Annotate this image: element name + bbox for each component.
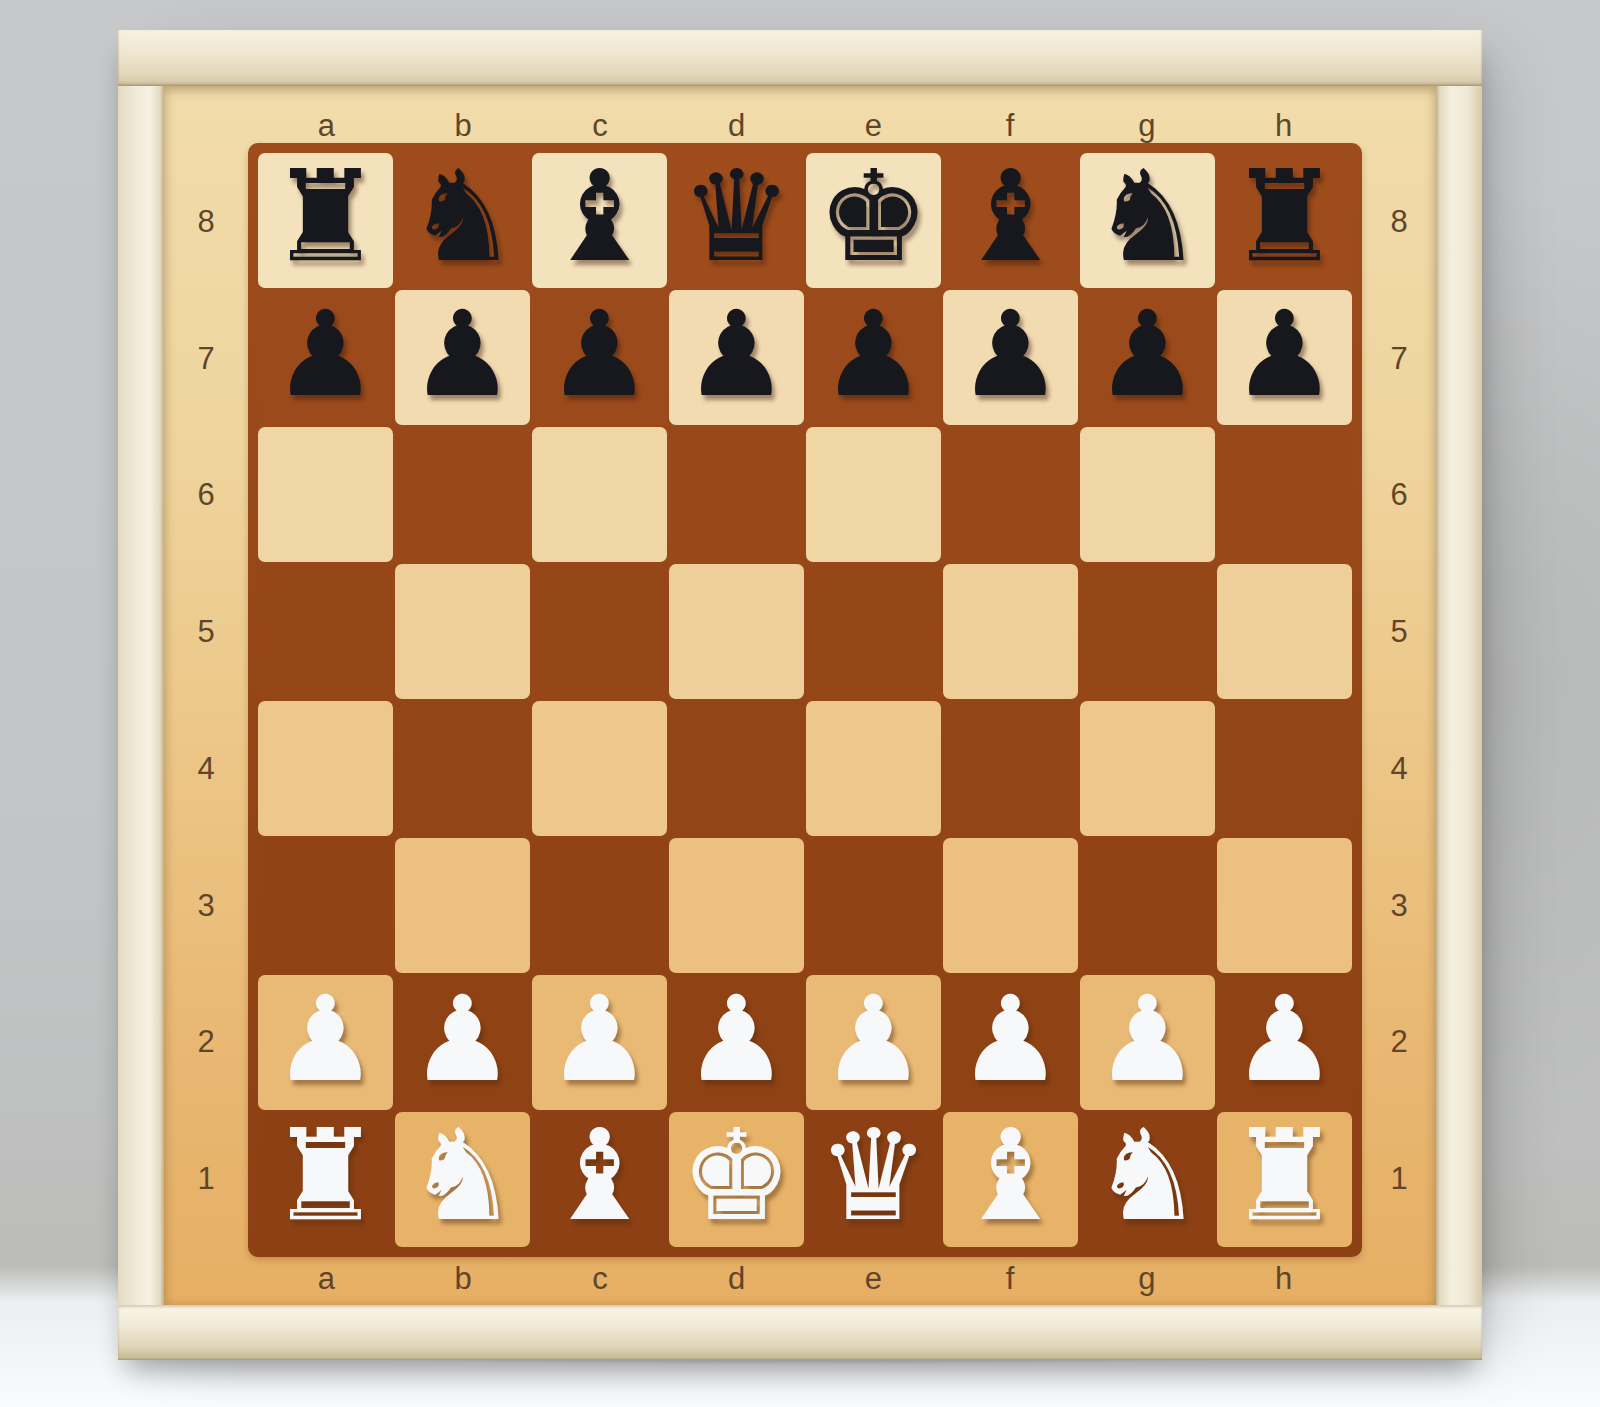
square-d3[interactable]	[669, 838, 804, 973]
square-f7[interactable]: ♟	[943, 290, 1078, 425]
square-g2[interactable]: ♟	[1080, 975, 1215, 1110]
piece-white-rook[interactable]: ♜	[269, 1113, 382, 1239]
file-label-e: e	[805, 1263, 942, 1294]
file-label-c: c	[532, 110, 669, 141]
rank-label-7: 7	[1362, 290, 1436, 427]
rank-label-6: 6	[1362, 427, 1436, 564]
square-e7[interactable]: ♟	[806, 290, 941, 425]
square-h4[interactable]	[1217, 701, 1352, 836]
rank-label-5: 5	[164, 563, 248, 700]
file-label-b: b	[395, 110, 532, 141]
square-a4[interactable]	[258, 701, 393, 836]
file-label-a: a	[258, 110, 395, 141]
square-f4[interactable]	[943, 701, 1078, 836]
square-b5[interactable]	[395, 564, 530, 699]
piece-white-pawn[interactable]: ♟	[1095, 980, 1201, 1098]
square-h5[interactable]	[1217, 564, 1352, 699]
square-e2[interactable]: ♟	[806, 975, 941, 1110]
frame-top-rail	[118, 30, 1482, 86]
piece-white-rook[interactable]: ♜	[1228, 1113, 1341, 1239]
file-label-f: f	[942, 1263, 1079, 1294]
square-g6[interactable]	[1080, 427, 1215, 562]
square-a6[interactable]	[258, 427, 393, 562]
square-a2[interactable]: ♟	[258, 975, 393, 1110]
piece-white-pawn[interactable]: ♟	[410, 980, 516, 1098]
rank-label-8: 8	[1362, 153, 1436, 290]
square-d5[interactable]	[669, 564, 804, 699]
chessboard: ♜♞♝♛♚♝♞♜♟♟♟♟♟♟♟♟♟♟♟♟♟♟♟♟♜♞♝♚♛♝♞♜	[248, 143, 1362, 1257]
square-b6[interactable]	[395, 427, 530, 562]
square-d1[interactable]: ♚	[669, 1112, 804, 1247]
square-e8[interactable]: ♚	[806, 153, 941, 288]
file-label-a: a	[258, 1263, 395, 1294]
file-label-h: h	[1215, 1263, 1352, 1294]
board-surface: abcdefgh 87654321 ♜♞♝♛♚♝♞♜♟♟♟♟♟♟♟♟♟♟♟♟♟♟…	[164, 86, 1436, 1305]
rank-label-4: 4	[164, 700, 248, 837]
square-b8[interactable]: ♞	[395, 153, 530, 288]
rank-label-1: 1	[1362, 1110, 1436, 1247]
square-b1[interactable]: ♞	[395, 1112, 530, 1247]
file-label-f: f	[942, 110, 1079, 141]
piece-white-pawn[interactable]: ♟	[684, 980, 790, 1098]
square-f8[interactable]: ♝	[943, 153, 1078, 288]
piece-black-bishop[interactable]: ♝	[543, 154, 656, 280]
rank-label-3: 3	[1362, 837, 1436, 974]
piece-white-knight[interactable]: ♞	[406, 1113, 519, 1239]
square-g1[interactable]: ♞	[1080, 1112, 1215, 1247]
piece-white-king[interactable]: ♚	[680, 1113, 793, 1239]
piece-black-pawn[interactable]: ♟	[958, 295, 1064, 413]
square-c6[interactable]	[532, 427, 667, 562]
piece-white-pawn[interactable]: ♟	[1232, 980, 1338, 1098]
file-label-h: h	[1215, 110, 1352, 141]
frame-left-rail	[118, 30, 164, 1360]
square-c4[interactable]	[532, 701, 667, 836]
piece-white-bishop[interactable]: ♝	[543, 1113, 656, 1239]
file-label-g: g	[1079, 110, 1216, 141]
square-g7[interactable]: ♟	[1080, 290, 1215, 425]
square-e3[interactable]	[806, 838, 941, 973]
rank-label-1: 1	[164, 1110, 248, 1247]
square-h1[interactable]: ♜	[1217, 1112, 1352, 1247]
square-c1[interactable]: ♝	[532, 1112, 667, 1247]
rank-labels-left: 87654321	[164, 143, 248, 1257]
rank-label-8: 8	[164, 153, 248, 290]
piece-black-pawn[interactable]: ♟	[410, 295, 516, 413]
square-h8[interactable]: ♜	[1217, 153, 1352, 288]
file-label-c: c	[532, 1263, 669, 1294]
piece-white-pawn[interactable]: ♟	[547, 980, 653, 1098]
file-label-e: e	[805, 110, 942, 141]
file-labels-bottom: abcdefgh	[248, 1257, 1362, 1305]
square-g4[interactable]	[1080, 701, 1215, 836]
square-a3[interactable]	[258, 838, 393, 973]
square-c5[interactable]	[532, 564, 667, 699]
piece-white-queen[interactable]: ♛	[817, 1113, 930, 1239]
piece-black-rook[interactable]: ♜	[1228, 154, 1341, 280]
frame-bottom-ledge	[118, 1305, 1482, 1360]
rank-label-2: 2	[1362, 974, 1436, 1111]
rank-label-5: 5	[1362, 563, 1436, 700]
square-g8[interactable]: ♞	[1080, 153, 1215, 288]
file-label-b: b	[395, 1263, 532, 1294]
square-d6[interactable]	[669, 427, 804, 562]
square-e6[interactable]	[806, 427, 941, 562]
rank-label-6: 6	[164, 427, 248, 564]
square-h3[interactable]	[1217, 838, 1352, 973]
square-a7[interactable]: ♟	[258, 290, 393, 425]
piece-white-pawn[interactable]: ♟	[958, 980, 1064, 1098]
square-g3[interactable]	[1080, 838, 1215, 973]
rank-label-3: 3	[164, 837, 248, 974]
square-a8[interactable]: ♜	[258, 153, 393, 288]
square-b2[interactable]: ♟	[395, 975, 530, 1110]
square-d2[interactable]: ♟	[669, 975, 804, 1110]
square-b4[interactable]	[395, 701, 530, 836]
piece-black-pawn[interactable]: ♟	[1095, 295, 1201, 413]
square-a5[interactable]	[258, 564, 393, 699]
piece-white-knight[interactable]: ♞	[1091, 1113, 1204, 1239]
square-d7[interactable]: ♟	[669, 290, 804, 425]
square-f2[interactable]: ♟	[943, 975, 1078, 1110]
file-labels-top: abcdefgh	[248, 86, 1362, 143]
piece-black-bishop[interactable]: ♝	[954, 154, 1067, 280]
piece-white-pawn[interactable]: ♟	[821, 980, 927, 1098]
frame-right-rail	[1436, 30, 1482, 1360]
square-c3[interactable]	[532, 838, 667, 973]
piece-black-queen[interactable]: ♛	[680, 154, 793, 280]
piece-black-rook[interactable]: ♜	[269, 154, 382, 280]
piece-black-king[interactable]: ♚	[817, 154, 930, 280]
demo-board-frame: abcdefgh 87654321 ♜♞♝♛♚♝♞♜♟♟♟♟♟♟♟♟♟♟♟♟♟♟…	[118, 30, 1482, 1360]
piece-white-pawn[interactable]: ♟	[273, 980, 379, 1098]
rank-label-7: 7	[164, 290, 248, 427]
square-g5[interactable]	[1080, 564, 1215, 699]
square-e4[interactable]	[806, 701, 941, 836]
rank-label-4: 4	[1362, 700, 1436, 837]
piece-black-pawn[interactable]: ♟	[547, 295, 653, 413]
square-c8[interactable]: ♝	[532, 153, 667, 288]
square-h7[interactable]: ♟	[1217, 290, 1352, 425]
file-label-d: d	[668, 110, 805, 141]
piece-black-pawn[interactable]: ♟	[273, 295, 379, 413]
rank-label-2: 2	[164, 974, 248, 1111]
square-e5[interactable]	[806, 564, 941, 699]
square-c7[interactable]: ♟	[532, 290, 667, 425]
piece-black-pawn[interactable]: ♟	[821, 295, 927, 413]
piece-white-bishop[interactable]: ♝	[954, 1113, 1067, 1239]
piece-black-pawn[interactable]: ♟	[1232, 295, 1338, 413]
square-b3[interactable]	[395, 838, 530, 973]
rank-labels-right: 87654321	[1362, 143, 1436, 1257]
square-c2[interactable]: ♟	[532, 975, 667, 1110]
square-b7[interactable]: ♟	[395, 290, 530, 425]
piece-black-knight[interactable]: ♞	[1091, 154, 1204, 280]
square-f6[interactable]	[943, 427, 1078, 562]
square-d8[interactable]: ♛	[669, 153, 804, 288]
square-d4[interactable]	[669, 701, 804, 836]
piece-black-knight[interactable]: ♞	[406, 154, 519, 280]
square-f3[interactable]	[943, 838, 1078, 973]
board-grid: ♜♞♝♛♚♝♞♜♟♟♟♟♟♟♟♟♟♟♟♟♟♟♟♟♜♞♝♚♛♝♞♜	[258, 153, 1352, 1247]
file-label-g: g	[1079, 1263, 1216, 1294]
square-h2[interactable]: ♟	[1217, 975, 1352, 1110]
square-f5[interactable]	[943, 564, 1078, 699]
square-a1[interactable]: ♜	[258, 1112, 393, 1247]
square-e1[interactable]: ♛	[806, 1112, 941, 1247]
square-f1[interactable]: ♝	[943, 1112, 1078, 1247]
file-label-d: d	[668, 1263, 805, 1294]
square-h6[interactable]	[1217, 427, 1352, 562]
piece-black-pawn[interactable]: ♟	[684, 295, 790, 413]
